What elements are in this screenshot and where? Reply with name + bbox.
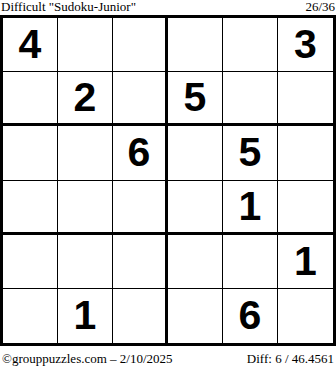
cell-r5c5[interactable] — [223, 235, 278, 289]
cell-r6c3[interactable] — [113, 289, 168, 343]
cell-r3c6[interactable] — [278, 126, 333, 180]
cell-r1c5[interactable] — [223, 18, 278, 72]
cell-r6c6[interactable] — [278, 289, 333, 343]
cell-r2c5[interactable] — [223, 72, 278, 126]
cell-r4c3[interactable] — [113, 181, 168, 235]
sudoku-board: 4325651116 — [0, 15, 336, 346]
cell-r3c2[interactable] — [58, 126, 113, 180]
cell-r1c2[interactable] — [58, 18, 113, 72]
cell-r6c2[interactable]: 1 — [58, 289, 113, 343]
puzzle-title: Difficult "Sudoku-Junior" — [1, 0, 136, 14]
difficulty-text: Diff: 6 / 46.4561 — [247, 351, 334, 366]
cell-r2c4[interactable]: 5 — [168, 72, 223, 126]
cell-r6c5[interactable]: 6 — [223, 289, 278, 343]
cell-r5c3[interactable] — [113, 235, 168, 289]
footer: ©grouppuzzles.com – 2/10/2025 Diff: 6 / … — [0, 351, 336, 366]
cell-r2c6[interactable] — [278, 72, 333, 126]
cell-r4c4[interactable] — [168, 181, 223, 235]
cell-r4c6[interactable] — [278, 181, 333, 235]
cell-r4c2[interactable] — [58, 181, 113, 235]
cell-r6c1[interactable] — [3, 289, 58, 343]
cell-r3c5[interactable]: 5 — [223, 126, 278, 180]
cell-r1c6[interactable]: 3 — [278, 18, 333, 72]
cell-r5c1[interactable] — [3, 235, 58, 289]
cell-r3c3[interactable]: 6 — [113, 126, 168, 180]
cell-r5c2[interactable] — [58, 235, 113, 289]
cell-r3c1[interactable] — [3, 126, 58, 180]
cell-r1c4[interactable] — [168, 18, 223, 72]
cell-r6c4[interactable] — [168, 289, 223, 343]
cell-r4c1[interactable] — [3, 181, 58, 235]
cell-r5c4[interactable] — [168, 235, 223, 289]
puzzle-page: Difficult "Sudoku-Junior" 26/36 43256511… — [0, 0, 336, 370]
givens-counter: 26/36 — [305, 0, 335, 14]
cell-r5c6[interactable]: 1 — [278, 235, 333, 289]
cell-r2c2[interactable]: 2 — [58, 72, 113, 126]
header: Difficult "Sudoku-Junior" 26/36 — [0, 0, 336, 15]
copyright-text: ©grouppuzzles.com – 2/10/2025 — [2, 351, 173, 366]
cell-r2c1[interactable] — [3, 72, 58, 126]
cell-r1c3[interactable] — [113, 18, 168, 72]
cell-r4c5[interactable]: 1 — [223, 181, 278, 235]
cell-r1c1[interactable]: 4 — [3, 18, 58, 72]
cell-r3c4[interactable] — [168, 126, 223, 180]
cell-r2c3[interactable] — [113, 72, 168, 126]
